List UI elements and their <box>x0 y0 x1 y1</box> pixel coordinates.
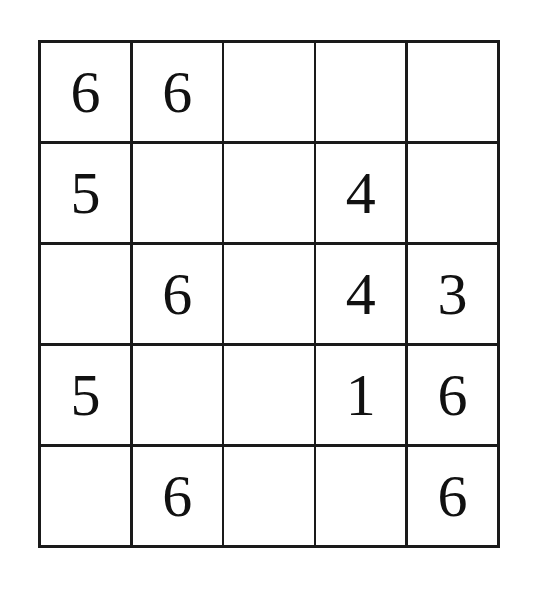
cell-r2c3[interactable] <box>224 144 313 242</box>
cell-r5c2[interactable]: 6 <box>133 447 222 545</box>
puzzle-board: 6 6 5 4 6 4 3 5 1 6 6 6 <box>38 40 500 548</box>
cell-r1c1[interactable]: 6 <box>41 43 130 141</box>
cell-r1c5[interactable] <box>408 43 497 141</box>
cell-r4c2[interactable] <box>133 346 222 444</box>
cell-r1c3[interactable] <box>224 43 313 141</box>
cell-r4c1[interactable]: 5 <box>41 346 130 444</box>
cell-r4c5[interactable]: 6 <box>408 346 497 444</box>
cell-r5c1[interactable] <box>41 447 130 545</box>
cell-r1c4[interactable] <box>316 43 405 141</box>
cell-r1c2[interactable]: 6 <box>133 43 222 141</box>
cell-r5c3[interactable] <box>224 447 313 545</box>
cell-r2c4[interactable]: 4 <box>316 144 405 242</box>
cell-r2c2[interactable] <box>133 144 222 242</box>
cell-r2c1[interactable]: 5 <box>41 144 130 242</box>
cell-r3c3[interactable] <box>224 245 313 343</box>
cell-r5c4[interactable] <box>316 447 405 545</box>
cell-r3c2[interactable]: 6 <box>133 245 222 343</box>
cell-r5c5[interactable]: 6 <box>408 447 497 545</box>
cell-r3c4[interactable]: 4 <box>316 245 405 343</box>
cell-r4c3[interactable] <box>224 346 313 444</box>
cell-r2c5[interactable] <box>408 144 497 242</box>
cell-r4c4[interactable]: 1 <box>316 346 405 444</box>
cell-r3c5[interactable]: 3 <box>408 245 497 343</box>
cell-r3c1[interactable] <box>41 245 130 343</box>
